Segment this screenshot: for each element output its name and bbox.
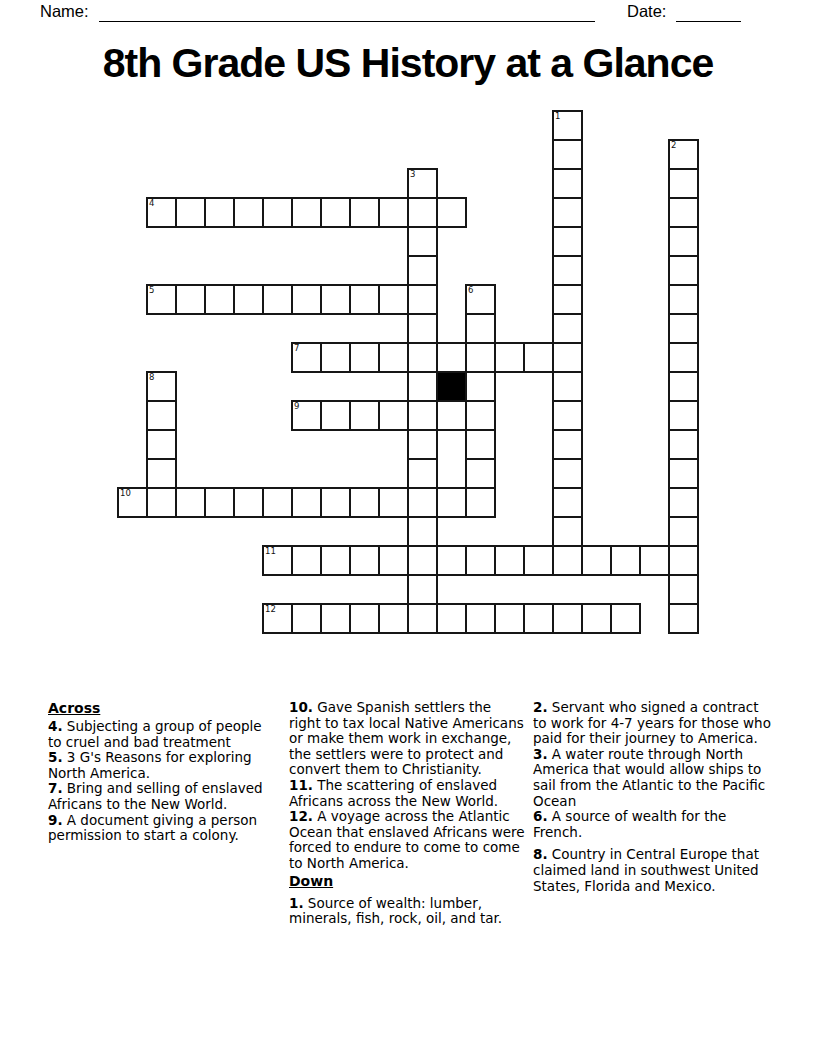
grid-cell-r8c13[interactable]	[494, 342, 525, 373]
grid-cell-r9c12[interactable]	[465, 371, 496, 402]
grid-cell-r8c19[interactable]	[668, 342, 699, 373]
across-clue-7: 7. Bring and selling of enslaved African…	[48, 781, 263, 812]
clue-number-9: 9	[294, 402, 299, 411]
grid-cell-r15c12[interactable]	[465, 545, 496, 576]
crossword-grid: 123456789101112	[117, 110, 699, 634]
grid-cell-r13c6[interactable]	[291, 487, 322, 518]
grid-cell-r10c8[interactable]	[349, 400, 380, 431]
grid-cell-r1c15[interactable]	[552, 139, 583, 170]
grid-cell-r15c11[interactable]	[436, 545, 467, 576]
clue-number-12: 12	[265, 605, 276, 614]
grid-cell-r7c19[interactable]	[668, 313, 699, 344]
grid-cell-r11c15[interactable]	[552, 429, 583, 460]
grid-cell-r17c12[interactable]	[465, 603, 496, 634]
grid-cell-r17c8[interactable]	[349, 603, 380, 634]
grid-cell-r12c10[interactable]	[407, 458, 438, 489]
grid-cell-r6c4[interactable]	[233, 284, 264, 315]
grid-cell-r15c10[interactable]	[407, 545, 438, 576]
grid-cell-r15c16[interactable]	[581, 545, 612, 576]
down-clue-6: 6. A source of wealth for the French.	[533, 809, 775, 840]
grid-cell-r6c6[interactable]	[291, 284, 322, 315]
grid-cell-r6c10[interactable]	[407, 284, 438, 315]
grid-cell-r11c12[interactable]	[465, 429, 496, 460]
grid-cell-r2c15[interactable]	[552, 168, 583, 199]
clue-number-3: 3	[410, 170, 415, 179]
grid-cell-r14c10[interactable]	[407, 516, 438, 547]
grid-cell-r8c12[interactable]	[465, 342, 496, 373]
clue-number-label: 2.	[533, 699, 548, 715]
clue-number-7: 7	[294, 344, 299, 353]
grid-cell-r8c7[interactable]	[320, 342, 351, 373]
grid-cell-r8c10[interactable]	[407, 342, 438, 373]
black-cell-r9c11	[436, 371, 467, 402]
clue-number-1: 1	[555, 112, 560, 121]
grid-cell-r6c7[interactable]	[320, 284, 351, 315]
down-clue-3: 3. A water route through North America t…	[533, 747, 775, 809]
grid-cell-r13c15[interactable]	[552, 487, 583, 518]
date-blank-line[interactable]	[676, 6, 741, 22]
grid-cell-r12c1[interactable]	[146, 458, 177, 489]
grid-cell-r6c19[interactable]	[668, 284, 699, 315]
clue-number-label: 5.	[48, 749, 63, 765]
grid-cell-r15c15[interactable]	[552, 545, 583, 576]
across-clue-4: 4. Subjecting a group of people to cruel…	[48, 719, 263, 750]
grid-cell-r17c17[interactable]	[610, 603, 641, 634]
grid-cell-r13c19[interactable]	[668, 487, 699, 518]
grid-cell-r13c7[interactable]	[320, 487, 351, 518]
grid-cell-r4c15[interactable]	[552, 226, 583, 257]
grid-cell-r14c19[interactable]	[668, 516, 699, 547]
grid-cell-r3c15[interactable]	[552, 197, 583, 228]
grid-cell-r3c3[interactable]	[204, 197, 235, 228]
page-title: 8th Grade US History at a Glance	[0, 40, 816, 86]
across-clue-12: 12. A voyage across the Atlantic Ocean t…	[289, 809, 525, 871]
grid-cell-r3c11[interactable]	[436, 197, 467, 228]
grid-cell-r13c9[interactable]	[378, 487, 409, 518]
grid-cell-r3c7[interactable]	[320, 197, 351, 228]
grid-cell-r14c15[interactable]	[552, 516, 583, 547]
grid-cell-r11c19[interactable]	[668, 429, 699, 460]
grid-cell-r10c7[interactable]	[320, 400, 351, 431]
grid-cell-r11c10[interactable]	[407, 429, 438, 460]
clue-number-5: 5	[149, 286, 154, 295]
clue-number-label: 4.	[48, 718, 63, 734]
clue-number-8: 8	[149, 373, 154, 382]
clue-number-label: 12.	[289, 808, 313, 824]
grid-cell-r8c9[interactable]	[378, 342, 409, 373]
clue-number-label: 10.	[289, 699, 313, 715]
grid-cell-r3c10[interactable]	[407, 197, 438, 228]
grid-cell-r13c2[interactable]	[175, 487, 206, 518]
grid-cell-r17c14[interactable]	[523, 603, 554, 634]
clue-number-label: 9.	[48, 812, 63, 828]
grid-cell-r5c10[interactable]	[407, 255, 438, 286]
grid-cell-r8c8[interactable]	[349, 342, 380, 373]
name-label: Name:	[40, 1, 89, 21]
clue-number-2: 2	[671, 141, 676, 150]
grid-cell-r10c9[interactable]	[378, 400, 409, 431]
across-header: Across	[48, 700, 263, 716]
down-clue-8: 8. Country in Central Europe that claime…	[533, 847, 775, 894]
clue-number-4: 4	[149, 199, 154, 208]
grid-cell-r15c18[interactable]	[639, 545, 670, 576]
grid-cell-r17c19[interactable]	[668, 603, 699, 634]
grid-cell-r3c19[interactable]	[668, 197, 699, 228]
clue-number-10: 10	[120, 489, 131, 498]
down-clue-1: 1. Source of wealth: lumber, minerals, f…	[289, 896, 525, 927]
grid-cell-r13c12[interactable]	[465, 487, 496, 518]
across-clue-5: 5. 3 G's Reasons for exploring North Ame…	[48, 750, 263, 781]
grid-cell-r9c15[interactable]	[552, 371, 583, 402]
grid-cell-r15c17[interactable]	[610, 545, 641, 576]
across-clue-10: 10. Gave Spanish settlers the right to t…	[289, 700, 525, 778]
grid-cell-r17c9[interactable]	[378, 603, 409, 634]
grid-cell-r13c11[interactable]	[436, 487, 467, 518]
grid-cell-r6c5[interactable]	[262, 284, 293, 315]
grid-cell-r17c7[interactable]	[320, 603, 351, 634]
clue-column-right: 2. Servant who signed a contract to work…	[533, 700, 775, 894]
grid-cell-r3c4[interactable]	[233, 197, 264, 228]
grid-cell-r3c6[interactable]	[291, 197, 322, 228]
grid-cell-r13c8[interactable]	[349, 487, 380, 518]
grid-cell-r7c10[interactable]	[407, 313, 438, 344]
grid-cell-r17c6[interactable]	[291, 603, 322, 634]
grid-cell-r4c10[interactable]	[407, 226, 438, 257]
grid-cell-r10c10[interactable]	[407, 400, 438, 431]
grid-cell-r12c15[interactable]	[552, 458, 583, 489]
grid-cell-r15c9[interactable]	[378, 545, 409, 576]
grid-cell-r7c15[interactable]	[552, 313, 583, 344]
grid-cell-r4c19[interactable]	[668, 226, 699, 257]
grid-cell-r10c19[interactable]	[668, 400, 699, 431]
name-blank-line[interactable]	[99, 6, 595, 22]
grid-cell-r9c10[interactable]	[407, 371, 438, 402]
grid-cell-r16c10[interactable]	[407, 574, 438, 605]
grid-cell-r16c19[interactable]	[668, 574, 699, 605]
grid-cell-r5c15[interactable]	[552, 255, 583, 286]
grid-cell-r9c19[interactable]	[668, 371, 699, 402]
grid-cell-r15c14[interactable]	[523, 545, 554, 576]
clue-column-middle: 10. Gave Spanish settlers the right to t…	[289, 700, 525, 927]
grid-cell-r5c19[interactable]	[668, 255, 699, 286]
clue-number-label: 11.	[289, 777, 313, 793]
clue-number-label: 1.	[289, 895, 304, 911]
grid-cell-r8c11[interactable]	[436, 342, 467, 373]
grid-cell-r10c1[interactable]	[146, 400, 177, 431]
grid-cell-r13c5[interactable]	[262, 487, 293, 518]
clue-number-label: 3.	[533, 746, 548, 762]
grid-cell-r15c13[interactable]	[494, 545, 525, 576]
worksheet-page: { "game": "crossword", "title": "8th Gra…	[0, 0, 816, 1056]
clue-number-11: 11	[265, 547, 276, 556]
grid-cell-r2c19[interactable]	[668, 168, 699, 199]
grid-cell-r3c8[interactable]	[349, 197, 380, 228]
grid-cell-r6c15[interactable]	[552, 284, 583, 315]
grid-cell-r10c11[interactable]	[436, 400, 467, 431]
down-clue-2: 2. Servant who signed a contract to work…	[533, 700, 775, 747]
grid-cell-r3c9[interactable]	[378, 197, 409, 228]
grid-cell-r6c9[interactable]	[378, 284, 409, 315]
grid-cell-r8c15[interactable]	[552, 342, 583, 373]
grid-cell-r10c12[interactable]	[465, 400, 496, 431]
grid-cell-r12c19[interactable]	[668, 458, 699, 489]
grid-cell-r15c8[interactable]	[349, 545, 380, 576]
grid-cell-r17c15[interactable]	[552, 603, 583, 634]
down-header: Down	[289, 873, 525, 889]
grid-cell-r6c2[interactable]	[175, 284, 206, 315]
grid-cell-r6c8[interactable]	[349, 284, 380, 315]
grid-cell-r15c6[interactable]	[291, 545, 322, 576]
date-label: Date:	[627, 1, 666, 21]
clue-number-label: 6.	[533, 808, 548, 824]
grid-cell-r12c12[interactable]	[465, 458, 496, 489]
grid-cell-r15c7[interactable]	[320, 545, 351, 576]
across-clue-9: 9. A document giving a person permission…	[48, 813, 263, 844]
grid-cell-r8c14[interactable]	[523, 342, 554, 373]
clue-number-6: 6	[468, 286, 473, 295]
grid-cell-r7c12[interactable]	[465, 313, 496, 344]
grid-cell-r10c15[interactable]	[552, 400, 583, 431]
grid-cell-r13c3[interactable]	[204, 487, 235, 518]
grid-cell-r13c4[interactable]	[233, 487, 264, 518]
grid-cell-r13c1[interactable]	[146, 487, 177, 518]
clue-number-label: 7.	[48, 780, 63, 796]
grid-cell-r17c13[interactable]	[494, 603, 525, 634]
clue-number-label: 8.	[533, 846, 548, 862]
grid-cell-r17c16[interactable]	[581, 603, 612, 634]
grid-cell-r11c1[interactable]	[146, 429, 177, 460]
grid-cell-r17c11[interactable]	[436, 603, 467, 634]
grid-cell-r6c3[interactable]	[204, 284, 235, 315]
grid-cell-r3c2[interactable]	[175, 197, 206, 228]
grid-cell-r3c5[interactable]	[262, 197, 293, 228]
grid-cell-r17c10[interactable]	[407, 603, 438, 634]
across-clue-11: 11. The scattering of enslaved Africans …	[289, 778, 525, 809]
clue-column-left: Across4. Subjecting a group of people to…	[48, 700, 263, 844]
grid-cell-r15c19[interactable]	[668, 545, 699, 576]
grid-cell-r13c10[interactable]	[407, 487, 438, 518]
